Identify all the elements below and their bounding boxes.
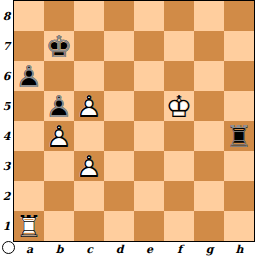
black-pawn: ♟♙ bbox=[14, 61, 44, 91]
square-c8[interactable] bbox=[74, 1, 104, 31]
square-c4[interactable] bbox=[74, 121, 104, 151]
white-to-move-indicator bbox=[2, 241, 15, 254]
square-c3[interactable]: ♟♙ bbox=[74, 151, 104, 181]
square-e3[interactable] bbox=[134, 151, 164, 181]
file-label-e: e bbox=[135, 243, 165, 257]
file-label-c: c bbox=[75, 243, 105, 257]
square-f2[interactable] bbox=[164, 181, 194, 211]
square-g4[interactable] bbox=[194, 121, 224, 151]
square-g2[interactable] bbox=[194, 181, 224, 211]
file-label-f: f bbox=[165, 243, 195, 257]
square-g3[interactable] bbox=[194, 151, 224, 181]
square-g8[interactable] bbox=[194, 1, 224, 31]
square-f8[interactable] bbox=[164, 1, 194, 31]
square-h6[interactable] bbox=[224, 61, 254, 91]
square-f1[interactable] bbox=[164, 211, 194, 241]
square-e2[interactable] bbox=[134, 181, 164, 211]
square-h7[interactable] bbox=[224, 31, 254, 61]
white-pawn: ♟♙ bbox=[74, 91, 104, 121]
white-pawn: ♟♙ bbox=[74, 151, 104, 181]
square-f5[interactable]: ♚♔ bbox=[164, 91, 194, 121]
square-a3[interactable] bbox=[14, 151, 44, 181]
square-a4[interactable] bbox=[14, 121, 44, 151]
square-c2[interactable] bbox=[74, 181, 104, 211]
file-label-b: b bbox=[45, 243, 75, 257]
square-f6[interactable] bbox=[164, 61, 194, 91]
black-pawn: ♟♙ bbox=[44, 91, 74, 121]
square-d5[interactable] bbox=[104, 91, 134, 121]
square-d4[interactable] bbox=[104, 121, 134, 151]
square-d8[interactable] bbox=[104, 1, 134, 31]
board-frame: ♚♔♟♙♟♙♟♙♚♔♟♙♜♖♟♙♜♖ bbox=[13, 0, 255, 242]
square-c7[interactable] bbox=[74, 31, 104, 61]
square-b7[interactable]: ♚♔ bbox=[44, 31, 74, 61]
square-g5[interactable] bbox=[194, 91, 224, 121]
square-f7[interactable] bbox=[164, 31, 194, 61]
square-f3[interactable] bbox=[164, 151, 194, 181]
square-d3[interactable] bbox=[104, 151, 134, 181]
rank-label-6: 6 bbox=[0, 62, 13, 92]
square-b1[interactable] bbox=[44, 211, 74, 241]
square-d2[interactable] bbox=[104, 181, 134, 211]
square-a7[interactable] bbox=[14, 31, 44, 61]
square-e4[interactable] bbox=[134, 121, 164, 151]
rank-label-5: 5 bbox=[0, 92, 13, 122]
square-b6[interactable] bbox=[44, 61, 74, 91]
square-e1[interactable] bbox=[134, 211, 164, 241]
square-b3[interactable] bbox=[44, 151, 74, 181]
square-g6[interactable] bbox=[194, 61, 224, 91]
white-rook: ♜♖ bbox=[14, 211, 44, 241]
square-h3[interactable] bbox=[224, 151, 254, 181]
square-a6[interactable]: ♟♙ bbox=[14, 61, 44, 91]
rank-label-3: 3 bbox=[0, 152, 13, 182]
square-d6[interactable] bbox=[104, 61, 134, 91]
square-d1[interactable] bbox=[104, 211, 134, 241]
square-b8[interactable] bbox=[44, 1, 74, 31]
square-e6[interactable] bbox=[134, 61, 164, 91]
black-rook: ♜♖ bbox=[224, 121, 254, 151]
square-a2[interactable] bbox=[14, 181, 44, 211]
square-a5[interactable] bbox=[14, 91, 44, 121]
square-e7[interactable] bbox=[134, 31, 164, 61]
file-label-h: h bbox=[225, 243, 255, 257]
rank-label-7: 7 bbox=[0, 32, 13, 62]
rank-label-1: 1 bbox=[0, 212, 13, 242]
square-h1[interactable] bbox=[224, 211, 254, 241]
square-c1[interactable] bbox=[74, 211, 104, 241]
square-e8[interactable] bbox=[134, 1, 164, 31]
square-b4[interactable]: ♟♙ bbox=[44, 121, 74, 151]
square-a1[interactable]: ♜♖ bbox=[14, 211, 44, 241]
square-c5[interactable]: ♟♙ bbox=[74, 91, 104, 121]
file-label-a: a bbox=[15, 243, 45, 257]
white-king: ♚♔ bbox=[164, 91, 194, 121]
square-h5[interactable] bbox=[224, 91, 254, 121]
square-c6[interactable] bbox=[74, 61, 104, 91]
black-king: ♚♔ bbox=[44, 31, 74, 61]
file-label-g: g bbox=[195, 243, 225, 257]
square-a8[interactable] bbox=[14, 1, 44, 31]
square-f4[interactable] bbox=[164, 121, 194, 151]
chess-board: ♚♔♟♙♟♙♟♙♚♔♟♙♜♖♟♙♜♖ bbox=[14, 1, 254, 241]
square-g7[interactable] bbox=[194, 31, 224, 61]
square-b5[interactable]: ♟♙ bbox=[44, 91, 74, 121]
square-d7[interactable] bbox=[104, 31, 134, 61]
square-h2[interactable] bbox=[224, 181, 254, 211]
rank-label-2: 2 bbox=[0, 182, 13, 212]
square-e5[interactable] bbox=[134, 91, 164, 121]
square-b2[interactable] bbox=[44, 181, 74, 211]
chess-diagram: ♚♔♟♙♟♙♟♙♚♔♟♙♜♖♟♙♜♖ 87654321 abcdefgh bbox=[0, 0, 257, 257]
file-label-d: d bbox=[105, 243, 135, 257]
square-h8[interactable] bbox=[224, 1, 254, 31]
rank-label-4: 4 bbox=[0, 122, 13, 152]
square-h4[interactable]: ♜♖ bbox=[224, 121, 254, 151]
rank-label-8: 8 bbox=[0, 2, 13, 32]
square-g1[interactable] bbox=[194, 211, 224, 241]
white-pawn: ♟♙ bbox=[44, 121, 74, 151]
